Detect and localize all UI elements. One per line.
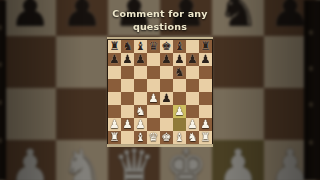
square-a2[interactable]: ♟ xyxy=(108,118,121,131)
bg-square-r2c2 xyxy=(56,88,108,140)
piece-wk: ♚ xyxy=(165,143,206,180)
piece-br-a8[interactable]: ♜ xyxy=(109,41,119,53)
square-g1[interactable]: ♞ xyxy=(186,131,199,144)
piece-wr-h1[interactable]: ♜ xyxy=(200,132,210,144)
square-f3[interactable]: ♟ xyxy=(173,105,186,118)
square-c7[interactable]: ♟ xyxy=(134,53,147,66)
square-b3[interactable] xyxy=(121,105,134,118)
square-c5[interactable] xyxy=(134,79,147,92)
piece-wn-g1[interactable]: ♞ xyxy=(187,132,197,144)
square-b2[interactable]: ♟ xyxy=(121,118,134,131)
piece-wb-f1[interactable]: ♝ xyxy=(174,132,184,144)
piece-wp-h2[interactable]: ♟ xyxy=(200,119,210,131)
square-e8[interactable]: ♚ xyxy=(160,40,173,53)
square-b8[interactable]: ♞ xyxy=(121,40,134,53)
piece-bb-f8[interactable]: ♝ xyxy=(174,41,184,53)
piece-bk-e8[interactable]: ♚ xyxy=(161,41,171,53)
square-a5[interactable] xyxy=(108,79,121,92)
piece-bq-d8[interactable]: ♛ xyxy=(148,41,158,53)
square-e1[interactable]: ♚ xyxy=(160,131,173,144)
piece-wp: ♟ xyxy=(9,143,50,180)
square-g2[interactable]: ♟ xyxy=(186,118,199,131)
bg-square-r1c1 xyxy=(4,36,56,88)
square-h7[interactable]: ♟ xyxy=(199,53,212,66)
square-c1[interactable]: ♝ xyxy=(134,131,147,144)
coordinate-mark xyxy=(309,66,313,71)
piece-bb-c8[interactable]: ♝ xyxy=(135,41,145,53)
bg-square-r3c5: ♟ xyxy=(212,140,264,180)
square-g4[interactable] xyxy=(186,92,199,105)
coordinate-mark xyxy=(309,102,313,107)
piece-wn-c3[interactable]: ♞ xyxy=(135,106,145,118)
square-g5[interactable] xyxy=(186,79,199,92)
piece-bp-g7[interactable]: ♟ xyxy=(187,54,197,66)
square-e2[interactable] xyxy=(160,118,173,131)
square-g8[interactable] xyxy=(186,40,199,53)
square-f4[interactable] xyxy=(173,92,186,105)
square-f6[interactable]: ♞ xyxy=(173,66,186,79)
square-h5[interactable] xyxy=(199,79,212,92)
square-a6[interactable] xyxy=(108,66,121,79)
coordinate-mark xyxy=(0,138,2,143)
square-e7[interactable]: ♟ xyxy=(160,53,173,66)
square-d6[interactable] xyxy=(147,66,160,79)
square-f2[interactable] xyxy=(173,118,186,131)
square-b6[interactable] xyxy=(121,66,134,79)
piece-bp-h7[interactable]: ♟ xyxy=(200,54,210,66)
piece-wp-d4[interactable]: ♟ xyxy=(148,93,158,105)
piece-bn-b8[interactable]: ♞ xyxy=(122,41,132,53)
piece-wq-d1[interactable]: ♛ xyxy=(148,132,158,144)
square-f7[interactable]: ♟ xyxy=(173,53,186,66)
piece-wp: ♟ xyxy=(217,143,258,180)
chess-board: ♜♞♝♛♚♝♜♟♟♟♟♟♟♟♞♟♟♞♟♟♟♟♟♟♜♝♛♚♝♞♜ xyxy=(108,40,212,144)
square-e4[interactable]: ♟ xyxy=(160,92,173,105)
piece-bp-a7[interactable]: ♟ xyxy=(109,54,119,66)
coordinate-mark xyxy=(0,62,2,67)
square-d4[interactable]: ♟ xyxy=(147,92,160,105)
video-frame: ♟♟♟♟♟♞♟♟♟♟♞♛♚♟♟♟ Comment for any questio… xyxy=(0,0,320,180)
piece-wp-c2[interactable]: ♟ xyxy=(135,119,145,131)
square-d7[interactable] xyxy=(147,53,160,66)
piece-br-h8[interactable]: ♜ xyxy=(200,41,210,53)
board-frame-bottom xyxy=(107,144,213,147)
square-a7[interactable]: ♟ xyxy=(108,53,121,66)
square-d8[interactable]: ♛ xyxy=(147,40,160,53)
piece-wr-a1[interactable]: ♜ xyxy=(109,132,119,144)
square-e3[interactable] xyxy=(160,105,173,118)
square-a8[interactable]: ♜ xyxy=(108,40,121,53)
square-c8[interactable]: ♝ xyxy=(134,40,147,53)
piece-wp-g2[interactable]: ♟ xyxy=(187,119,197,131)
square-h8[interactable]: ♜ xyxy=(199,40,212,53)
caption: Comment for any questions xyxy=(0,8,320,33)
square-g6[interactable] xyxy=(186,66,199,79)
caption-line-1: Comment for any xyxy=(0,8,320,21)
square-d3[interactable] xyxy=(147,105,160,118)
square-e6[interactable] xyxy=(160,66,173,79)
square-e5[interactable] xyxy=(160,79,173,92)
bg-square-r1c2 xyxy=(56,36,108,88)
square-b7[interactable]: ♟ xyxy=(121,53,134,66)
piece-bp-c7[interactable]: ♟ xyxy=(135,54,145,66)
piece-wp-f3[interactable]: ♟ xyxy=(174,106,184,118)
square-b1[interactable] xyxy=(121,131,134,144)
square-c2[interactable]: ♟ xyxy=(134,118,147,131)
piece-bn-f6[interactable]: ♞ xyxy=(174,67,184,79)
square-c6[interactable] xyxy=(134,66,147,79)
piece-wq: ♛ xyxy=(113,143,154,180)
bg-square-r2c5 xyxy=(212,88,264,140)
square-a1[interactable]: ♜ xyxy=(108,131,121,144)
square-d1[interactable]: ♛ xyxy=(147,131,160,144)
square-h3[interactable] xyxy=(199,105,212,118)
square-c4[interactable] xyxy=(134,92,147,105)
square-d5[interactable] xyxy=(147,79,160,92)
square-h2[interactable]: ♟ xyxy=(199,118,212,131)
piece-bp-e7[interactable]: ♟ xyxy=(161,54,171,66)
piece-wn: ♞ xyxy=(61,143,102,180)
square-f8[interactable]: ♝ xyxy=(173,40,186,53)
square-f5[interactable] xyxy=(173,79,186,92)
square-b5[interactable] xyxy=(121,79,134,92)
square-b4[interactable] xyxy=(121,92,134,105)
coordinate-mark xyxy=(0,100,2,105)
square-h4[interactable] xyxy=(199,92,212,105)
piece-wk-e1[interactable]: ♚ xyxy=(161,132,171,144)
square-a4[interactable] xyxy=(108,92,121,105)
bg-square-r3c1: ♟ xyxy=(4,140,56,180)
piece-bp-f7[interactable]: ♟ xyxy=(174,54,184,66)
caption-line-2: questions xyxy=(0,21,320,34)
square-g7[interactable]: ♟ xyxy=(186,53,199,66)
bg-square-r1c5 xyxy=(212,36,264,88)
piece-wp-b2[interactable]: ♟ xyxy=(122,119,132,131)
square-d2[interactable] xyxy=(147,118,160,131)
bg-square-r2c1 xyxy=(4,88,56,140)
square-f1[interactable]: ♝ xyxy=(173,131,186,144)
bg-square-r3c2: ♞ xyxy=(56,140,108,180)
piece-wp-a2[interactable]: ♟ xyxy=(109,119,119,131)
piece-bp-e4[interactable]: ♟ xyxy=(161,93,171,105)
coordinate-mark xyxy=(309,140,313,145)
piece-wb-c1[interactable]: ♝ xyxy=(135,132,145,144)
square-c3[interactable]: ♞ xyxy=(134,105,147,118)
square-g3[interactable] xyxy=(186,105,199,118)
square-h6[interactable] xyxy=(199,66,212,79)
square-h1[interactable]: ♜ xyxy=(199,131,212,144)
piece-bp-b7[interactable]: ♟ xyxy=(122,54,132,66)
square-a3[interactable] xyxy=(108,105,121,118)
